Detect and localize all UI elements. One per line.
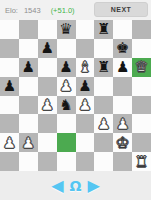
rating-change: (+51.0): [51, 6, 75, 15]
white-pawn-d5: ♟: [59, 77, 72, 95]
square-e8[interactable]: [76, 20, 95, 39]
square-h5[interactable]: [132, 77, 151, 96]
square-h7[interactable]: [132, 39, 151, 58]
white-bishop-e6: ♝: [78, 58, 91, 76]
top-bar: Elo: 1543 (+51.0) NEXT: [0, 0, 151, 20]
square-b7[interactable]: [19, 39, 38, 58]
white-queen-h6: ♛: [135, 58, 148, 76]
square-c8[interactable]: [38, 20, 57, 39]
chess-board[interactable]: ♛♜♟♚♟♟♝♜♟♛♟♟♟♟♞♟♟♟♟♟♚♜: [0, 20, 151, 171]
square-g2[interactable]: ♚: [113, 133, 132, 152]
square-d8[interactable]: ♛: [57, 20, 76, 39]
elo-label: Elo:: [5, 6, 18, 15]
forward-arrow-icon[interactable]: ▶: [87, 178, 99, 194]
square-f8[interactable]: ♜: [94, 20, 113, 39]
square-e1[interactable]: [76, 152, 95, 171]
square-f6[interactable]: ♜: [94, 58, 113, 77]
square-d6[interactable]: ♟: [57, 58, 76, 77]
square-b4[interactable]: [19, 96, 38, 115]
square-h4[interactable]: [132, 96, 151, 115]
bottom-bar: ◀ Ω ▶: [0, 171, 151, 200]
square-h1[interactable]: ♜: [132, 152, 151, 171]
square-b1[interactable]: [19, 152, 38, 171]
square-c3[interactable]: [38, 114, 57, 133]
square-e5[interactable]: ♟: [76, 77, 95, 96]
square-f2[interactable]: [94, 133, 113, 152]
square-a1[interactable]: [0, 152, 19, 171]
square-h3[interactable]: [132, 114, 151, 133]
black-knight-d4: ♞: [59, 96, 72, 114]
square-g4[interactable]: [113, 96, 132, 115]
square-g7[interactable]: ♚: [113, 39, 132, 58]
square-f4[interactable]: [94, 96, 113, 115]
white-pawn-e4: ♟: [78, 96, 91, 114]
black-pawn-b6: ♟: [22, 58, 35, 76]
square-a4[interactable]: [0, 96, 19, 115]
square-d2[interactable]: [57, 133, 76, 152]
square-b6[interactable]: ♟: [19, 58, 38, 77]
square-e3[interactable]: [76, 114, 95, 133]
square-g3[interactable]: ♟: [113, 114, 132, 133]
square-a8[interactable]: [0, 20, 19, 39]
square-f1[interactable]: [94, 152, 113, 171]
black-rook-f6: ♜: [97, 58, 110, 76]
white-pawn-a2: ♟: [3, 134, 16, 152]
white-pawn-g3: ♟: [116, 115, 129, 133]
square-b3[interactable]: [19, 114, 38, 133]
black-queen-d8: ♛: [59, 20, 72, 38]
square-d1[interactable]: [57, 152, 76, 171]
white-rook-h1: ♜: [135, 153, 148, 171]
square-a5[interactable]: ♟: [0, 77, 19, 96]
square-g5[interactable]: [113, 77, 132, 96]
square-c2[interactable]: [38, 133, 57, 152]
square-f7[interactable]: [94, 39, 113, 58]
square-c7[interactable]: ♟: [38, 39, 57, 58]
square-a2[interactable]: ♟: [0, 133, 19, 152]
white-pawn-c4: ♟: [40, 96, 53, 114]
square-a7[interactable]: [0, 39, 19, 58]
white-pawn-b2: ♟: [22, 134, 35, 152]
square-b5[interactable]: [19, 77, 38, 96]
square-g8[interactable]: [113, 20, 132, 39]
square-c6[interactable]: [38, 58, 57, 77]
square-e2[interactable]: [76, 133, 95, 152]
white-pawn-f3: ♟: [97, 115, 110, 133]
square-e6[interactable]: ♝: [76, 58, 95, 77]
square-h8[interactable]: [132, 20, 151, 39]
square-g1[interactable]: [113, 152, 132, 171]
black-pawn-e5: ♟: [78, 77, 91, 95]
black-pawn-d6: ♟: [59, 58, 72, 76]
square-d4[interactable]: ♞: [57, 96, 76, 115]
next-button[interactable]: NEXT: [94, 2, 148, 17]
square-e4[interactable]: ♟: [76, 96, 95, 115]
square-a3[interactable]: [0, 114, 19, 133]
black-pawn-c7: ♟: [40, 39, 53, 57]
black-rook-f8: ♜: [97, 20, 110, 38]
square-d7[interactable]: [57, 39, 76, 58]
square-h2[interactable]: [132, 133, 151, 152]
square-b2[interactable]: ♟: [19, 133, 38, 152]
square-d3[interactable]: [57, 114, 76, 133]
square-e7[interactable]: [76, 39, 95, 58]
black-king-g7: ♚: [116, 39, 129, 57]
white-king-g2: ♚: [116, 134, 129, 152]
black-pawn-a5: ♟: [3, 77, 16, 95]
square-h6[interactable]: ♛: [132, 58, 151, 77]
square-b8[interactable]: [19, 20, 38, 39]
black-pawn-g6: ♟: [116, 58, 129, 76]
square-c5[interactable]: [38, 77, 57, 96]
square-f5[interactable]: [94, 77, 113, 96]
elo-value: 1543: [24, 6, 41, 15]
back-arrow-icon[interactable]: ◀: [51, 178, 63, 194]
square-a6[interactable]: [0, 58, 19, 77]
square-g6[interactable]: ♟: [113, 58, 132, 77]
replay-icon[interactable]: Ω: [70, 179, 82, 193]
square-c4[interactable]: ♟: [38, 96, 57, 115]
square-d5[interactable]: ♟: [57, 77, 76, 96]
square-c1[interactable]: [38, 152, 57, 171]
square-f3[interactable]: ♟: [94, 114, 113, 133]
